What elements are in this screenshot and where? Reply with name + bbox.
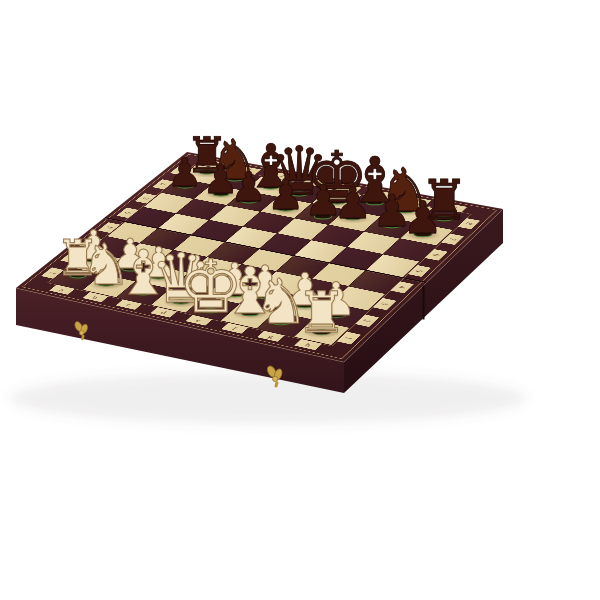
rank-label-right-5-text: 5 <box>414 269 425 273</box>
file-label-front-f-text: f <box>231 326 238 331</box>
rank-label-right-3-text: 3 <box>379 302 390 306</box>
latch-part <box>272 376 277 381</box>
file-label-front-h-text: h <box>304 342 313 347</box>
rank-label-right-6-text: 6 <box>431 253 442 257</box>
rank-label-right-4-text: 4 <box>397 285 408 289</box>
rank-label-right-1-text: 1 <box>343 336 354 340</box>
file-label-back-g-text: g <box>414 199 422 203</box>
rank-label-left-3-text: 3 <box>85 241 95 244</box>
file-label-front-g-text: g <box>267 334 276 339</box>
file-label-front-e-text: e <box>195 318 203 323</box>
chess-set-photo: aa11bb22cc33dd44ee55ff66gg77hh88 ♜♞♝♛♚♝♞… <box>0 0 600 600</box>
file-label-back-d-text: d <box>311 180 319 184</box>
file-label-back-h-text: h <box>450 206 458 210</box>
file-label-front-c-text: c <box>125 302 133 307</box>
file-label-front-a-text: a <box>58 287 66 292</box>
file-label-front-b-text: b <box>91 295 100 300</box>
ground-shadow <box>10 372 526 424</box>
rank-label-left-5-text: 5 <box>122 211 132 214</box>
rank-label-left-8-text: 8 <box>176 169 186 172</box>
rank-label-right-8-text: 8 <box>464 222 475 226</box>
rank-label-left-2-text: 2 <box>66 256 76 260</box>
rank-label-left-7-text: 7 <box>158 183 168 186</box>
file-label-front-d-text: d <box>159 310 168 315</box>
rank-label-left-6-text: 6 <box>140 197 150 200</box>
rank-label-left-1-text: 1 <box>47 271 57 275</box>
file-label-back-e-text: e <box>345 186 353 190</box>
file-label-back-f-text: f <box>380 193 387 197</box>
latch-part <box>79 331 84 336</box>
file-label-back-b-text: b <box>245 168 253 172</box>
file-label-back-c-text: c <box>278 174 286 178</box>
rank-label-left-4-text: 4 <box>104 226 114 229</box>
rank-label-right-7-text: 7 <box>447 237 458 241</box>
rank-label-right-2-text: 2 <box>361 319 372 323</box>
file-label-back-a-text: a <box>213 162 221 166</box>
